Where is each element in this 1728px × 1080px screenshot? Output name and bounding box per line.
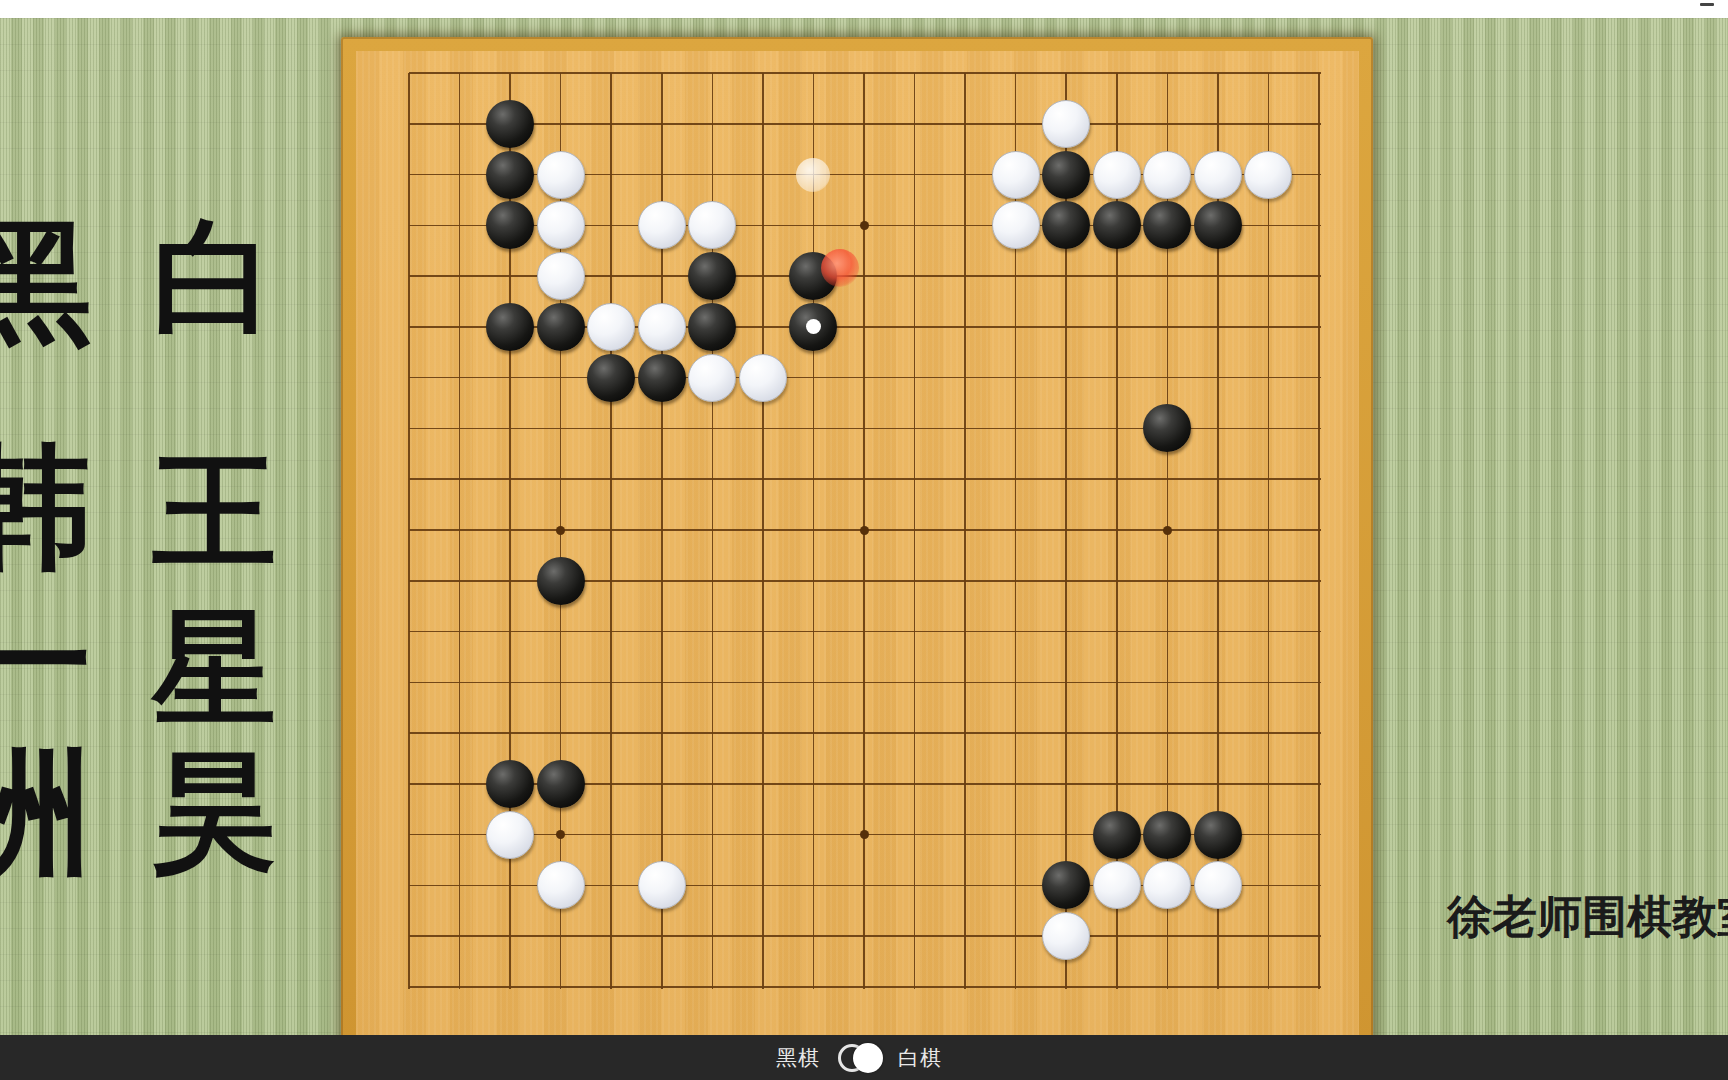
white-stone[interactable] <box>537 151 585 199</box>
black-stone[interactable] <box>1042 201 1090 249</box>
ghost-white-stone <box>796 158 830 192</box>
white-stone[interactable] <box>638 861 686 909</box>
grid-line-v <box>1318 73 1320 989</box>
black-stone[interactable] <box>688 252 736 300</box>
black-stone[interactable] <box>537 303 585 351</box>
black-stone[interactable] <box>587 354 635 402</box>
top-window-strip <box>0 0 1728 18</box>
classroom-watermark: 徐老师围棋教室 <box>1447 887 1728 947</box>
white-stone[interactable] <box>537 252 585 300</box>
grid-line-h <box>409 682 1321 684</box>
star-point <box>860 526 869 535</box>
grid-line-v <box>1268 73 1270 989</box>
white-stone[interactable] <box>992 201 1040 249</box>
star-point <box>556 526 565 535</box>
grid-line-h <box>409 478 1321 480</box>
star-point <box>1163 526 1172 535</box>
grid-line-v <box>459 73 461 989</box>
star-point <box>556 830 565 839</box>
color-toggle-group: 黑棋 白棋 <box>776 1043 942 1073</box>
white-stone[interactable] <box>1244 151 1292 199</box>
white-stone[interactable] <box>638 201 686 249</box>
white-stone[interactable] <box>587 303 635 351</box>
white-stone[interactable] <box>688 201 736 249</box>
black-stone[interactable] <box>1143 404 1191 452</box>
white-stone[interactable] <box>537 201 585 249</box>
minimize-icon[interactable] <box>1700 3 1714 6</box>
grid-line-v <box>408 73 410 989</box>
grid-line-h <box>409 123 1321 125</box>
white-stone[interactable] <box>1042 912 1090 960</box>
black-stone[interactable] <box>486 151 534 199</box>
white-stone[interactable] <box>1093 861 1141 909</box>
red-highlight-marker <box>821 249 859 287</box>
white-stone[interactable] <box>1194 151 1242 199</box>
bottom-bar: 黑棋 白棋 <box>0 1035 1728 1080</box>
toggle-knob-icon <box>853 1043 883 1073</box>
black-stone[interactable] <box>638 354 686 402</box>
grid-line-h <box>409 935 1321 937</box>
white-toggle-label[interactable]: 白棋 <box>898 1044 942 1072</box>
black-stone[interactable] <box>486 201 534 249</box>
black-stone[interactable] <box>1042 151 1090 199</box>
white-stone[interactable] <box>486 811 534 859</box>
grid-line-h <box>409 986 1321 988</box>
black-white-toggle[interactable] <box>838 1043 883 1073</box>
white-stone[interactable] <box>1143 151 1191 199</box>
grid-line-v <box>914 73 916 989</box>
white-stone[interactable] <box>739 354 787 402</box>
white-stone[interactable] <box>688 354 736 402</box>
white-stone[interactable] <box>1194 861 1242 909</box>
grid-line-v <box>964 73 966 989</box>
black-stone[interactable] <box>1042 861 1090 909</box>
black-stone[interactable] <box>1143 811 1191 859</box>
black-stone[interactable] <box>486 303 534 351</box>
white-stone[interactable] <box>992 151 1040 199</box>
grid-line-h <box>409 377 1321 379</box>
black-stone[interactable] <box>537 760 585 808</box>
grid-line-v <box>762 73 764 989</box>
black-stone[interactable] <box>1194 811 1242 859</box>
star-point <box>860 221 869 230</box>
white-stone[interactable] <box>537 861 585 909</box>
black-stone[interactable] <box>486 760 534 808</box>
black-stone[interactable] <box>537 557 585 605</box>
black-stone[interactable] <box>688 303 736 351</box>
grid-line-h <box>409 732 1321 734</box>
black-stone[interactable] <box>1194 201 1242 249</box>
white-stone[interactable] <box>638 303 686 351</box>
grid-line-v <box>813 73 815 989</box>
grid-line-v <box>610 73 612 989</box>
white-stone[interactable] <box>1093 151 1141 199</box>
black-stone[interactable] <box>1143 201 1191 249</box>
grid-line-h <box>409 631 1321 633</box>
black-toggle-label[interactable]: 黑棋 <box>776 1044 820 1072</box>
black-stone[interactable] <box>1093 811 1141 859</box>
black-stone[interactable] <box>486 100 534 148</box>
black-stone[interactable] <box>1093 201 1141 249</box>
white-stone[interactable] <box>1042 100 1090 148</box>
star-point <box>860 830 869 839</box>
grid-line-h <box>409 72 1321 74</box>
white-stone[interactable] <box>1143 861 1191 909</box>
